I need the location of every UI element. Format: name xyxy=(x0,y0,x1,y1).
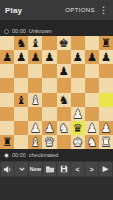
square-f4[interactable] xyxy=(71,93,85,107)
white-pawn-g2: ♟ xyxy=(87,121,97,135)
square-g3[interactable] xyxy=(85,107,99,121)
square-h1[interactable]: ♜ xyxy=(99,135,113,149)
square-h2[interactable]: ♟ xyxy=(99,121,113,135)
square-a2[interactable] xyxy=(0,121,14,135)
white-knight-e2: ♞ xyxy=(58,121,68,135)
square-d5[interactable] xyxy=(42,78,56,92)
white-king-f1: ♚ xyxy=(73,135,83,149)
square-h4[interactable] xyxy=(99,93,113,107)
square-f2[interactable]: ♛ xyxy=(71,121,85,135)
square-c6[interactable] xyxy=(28,64,42,78)
square-g1[interactable]: ♞ xyxy=(85,135,99,149)
toolbar-button-play[interactable]: ▶ xyxy=(99,162,112,176)
square-f6[interactable] xyxy=(71,64,85,78)
square-b5[interactable] xyxy=(14,78,28,92)
square-h8[interactable]: ♜ xyxy=(99,36,113,50)
white-player-clock: 00:00 xyxy=(12,152,26,158)
square-d8[interactable] xyxy=(42,36,56,50)
square-a5[interactable] xyxy=(0,78,14,92)
black-pawn-g7: ♟ xyxy=(87,50,97,64)
white-pawn-f3: ♟ xyxy=(73,107,83,121)
square-e7[interactable] xyxy=(57,50,71,64)
square-g7[interactable]: ♟ xyxy=(85,50,99,64)
square-b2[interactable] xyxy=(14,121,28,135)
square-b4[interactable]: ♝ xyxy=(14,93,28,107)
square-a6[interactable] xyxy=(0,64,14,78)
square-b6[interactable] xyxy=(14,64,28,78)
square-h3[interactable] xyxy=(99,107,113,121)
square-d6[interactable] xyxy=(42,64,56,78)
black-rook-h8: ♜ xyxy=(101,36,111,50)
square-b3[interactable] xyxy=(14,107,28,121)
black-player-icon xyxy=(4,29,9,34)
white-rook-h1: ♜ xyxy=(101,135,111,149)
square-b1[interactable] xyxy=(14,135,28,149)
bottom-spacer xyxy=(0,177,113,200)
app-screen: Play OPTIONS ⋮ 00:00 Unknown ♞♝♚♜♟♟♟♟♟♟♟… xyxy=(0,0,113,200)
square-h7[interactable]: ♟ xyxy=(99,50,113,64)
white-bishop-c1: ♝ xyxy=(30,135,40,149)
square-g2[interactable]: ♟ xyxy=(85,121,99,135)
square-e4[interactable]: ♞ xyxy=(57,93,71,107)
square-c3[interactable] xyxy=(28,107,42,121)
square-a8[interactable] xyxy=(0,36,14,50)
black-pawn-a7: ♟ xyxy=(2,50,12,64)
square-d3[interactable] xyxy=(42,107,56,121)
black-queen-f2: ♛ xyxy=(73,121,83,135)
square-c2[interactable]: ♟ xyxy=(28,121,42,135)
square-e6[interactable]: ♟ xyxy=(57,64,71,78)
toolbar-label-back: < xyxy=(75,166,79,173)
square-g5[interactable] xyxy=(85,78,99,92)
black-player-clock: 00:00 xyxy=(12,28,26,34)
square-c5[interactable] xyxy=(28,78,42,92)
chess-board: ♞♝♚♜♟♟♟♟♟♟♟♟♝♝♞♟♟♟♞♛♟♟♜♝♛♚♞♜ xyxy=(0,36,113,149)
toolbar-button-sound[interactable] xyxy=(1,162,14,176)
square-f8[interactable] xyxy=(71,36,85,50)
white-knight-g1: ♞ xyxy=(87,135,97,149)
square-e1[interactable] xyxy=(57,135,71,149)
black-pawn-d7: ♟ xyxy=(44,50,54,64)
white-pawn-c2: ♟ xyxy=(30,121,40,135)
square-c1[interactable]: ♝ xyxy=(28,135,42,149)
options-button[interactable]: OPTIONS xyxy=(65,7,95,13)
overflow-menu-icon[interactable]: ⋮ xyxy=(99,6,108,15)
black-knight-b8: ♞ xyxy=(16,36,26,50)
black-pawn-c7: ♟ xyxy=(30,50,40,64)
square-a1[interactable]: ♜ xyxy=(0,135,14,149)
toolbar-label-play: ▶ xyxy=(103,165,108,173)
square-e3[interactable] xyxy=(57,107,71,121)
black-pawn-h7: ♟ xyxy=(101,50,111,64)
toolbar-label-forward: > xyxy=(89,166,93,173)
folder-icon xyxy=(45,165,55,173)
black-player-name: Unknown xyxy=(29,28,52,34)
toolbar-button-open[interactable] xyxy=(43,162,56,176)
top-player-bar: 00:00 Unknown xyxy=(0,20,113,36)
page-title: Play xyxy=(5,6,22,15)
black-bishop-b4: ♝ xyxy=(16,93,26,107)
toolbar-button-forward[interactable]: > xyxy=(85,162,98,176)
square-d7[interactable]: ♟ xyxy=(42,50,56,64)
square-d4[interactable] xyxy=(42,93,56,107)
square-d2[interactable]: ♟ xyxy=(42,121,56,135)
square-c4[interactable]: ♝ xyxy=(28,93,42,107)
white-bishop-c4: ♝ xyxy=(30,93,40,107)
black-king-e8: ♚ xyxy=(58,36,68,50)
toolbar-label-new: New xyxy=(30,166,41,172)
chevron-down-icon xyxy=(18,165,26,173)
square-h6[interactable] xyxy=(99,64,113,78)
black-bishop-c8: ♝ xyxy=(30,36,40,50)
square-g8[interactable] xyxy=(85,36,99,50)
square-f7[interactable]: ♟ xyxy=(71,50,85,64)
black-pawn-b7: ♟ xyxy=(16,50,26,64)
toolbar-button-new[interactable]: New xyxy=(29,162,42,176)
square-b8[interactable]: ♞ xyxy=(14,36,28,50)
square-e8[interactable]: ♚ xyxy=(57,36,71,50)
square-b7[interactable]: ♟ xyxy=(14,50,28,64)
toolbar-button-save[interactable] xyxy=(57,162,70,176)
app-bar: Play OPTIONS ⋮ xyxy=(0,0,113,20)
square-e5[interactable] xyxy=(57,78,71,92)
white-pawn-h2: ♟ xyxy=(101,121,111,135)
square-a4[interactable] xyxy=(0,93,14,107)
square-h5[interactable] xyxy=(99,78,113,92)
white-player-status: checkmated xyxy=(29,152,59,158)
game-toolbar: New<>▶ xyxy=(0,161,113,177)
square-f1[interactable]: ♚ xyxy=(71,135,85,149)
floppy-icon xyxy=(60,165,68,173)
white-queen-d1: ♛ xyxy=(44,135,54,149)
square-g4[interactable] xyxy=(85,93,99,107)
speaker-icon xyxy=(3,165,12,174)
white-player-icon xyxy=(4,153,9,158)
square-c8[interactable]: ♝ xyxy=(28,36,42,50)
square-d1[interactable]: ♛ xyxy=(42,135,56,149)
square-c7[interactable]: ♟ xyxy=(28,50,42,64)
black-pawn-e6: ♟ xyxy=(58,64,68,78)
white-pawn-d2: ♟ xyxy=(44,121,54,135)
square-a3[interactable] xyxy=(0,107,14,121)
black-pawn-f7: ♟ xyxy=(73,50,83,64)
bottom-player-bar: 00:00 checkmated xyxy=(0,149,113,161)
toolbar-button-back[interactable]: < xyxy=(71,162,84,176)
square-a7[interactable]: ♟ xyxy=(0,50,14,64)
square-g6[interactable] xyxy=(85,64,99,78)
square-f5[interactable] xyxy=(71,78,85,92)
black-knight-e4: ♞ xyxy=(58,93,68,107)
square-e2[interactable]: ♞ xyxy=(57,121,71,135)
black-rook-a1: ♜ xyxy=(2,135,12,149)
square-f3[interactable]: ♟ xyxy=(71,107,85,121)
toolbar-button-collapse[interactable] xyxy=(15,162,28,176)
